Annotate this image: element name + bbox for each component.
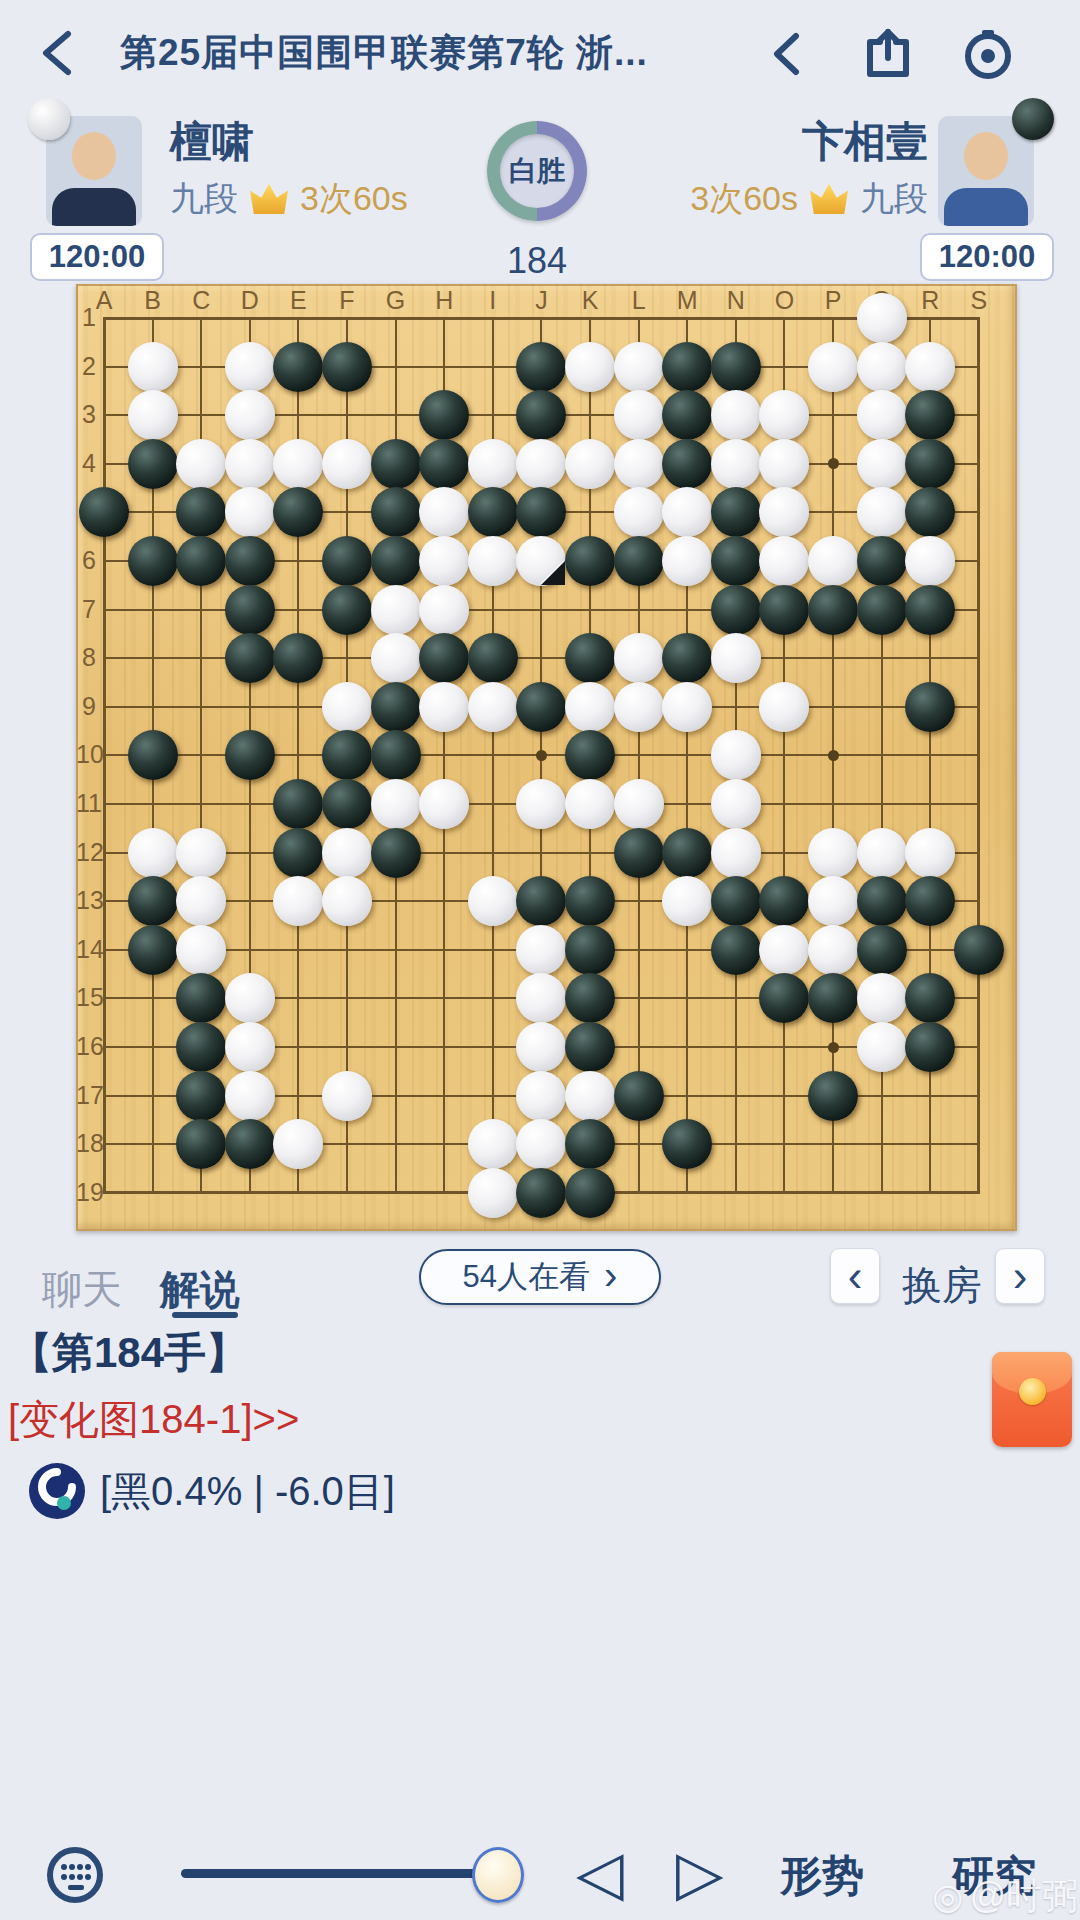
- variation-link[interactable]: [变化图184-1]>>: [8, 1392, 299, 1447]
- stone-black-F11: [322, 779, 372, 829]
- stone-white-P13: [808, 876, 858, 926]
- stone-white-K2: [565, 342, 615, 392]
- stone-black-E2: [273, 342, 323, 392]
- stone-black-O7: [759, 585, 809, 635]
- stone-black-G5: [371, 487, 421, 537]
- stone-black-P17: [808, 1071, 858, 1121]
- stone-white-B3: [128, 390, 178, 440]
- stone-black-G9: [371, 682, 421, 732]
- stone-black-M12: [662, 828, 712, 878]
- stone-black-K19: [565, 1168, 615, 1218]
- coord-label-col: H: [428, 286, 460, 315]
- stone-white-I13: [468, 876, 518, 926]
- stone-white-O14: [759, 925, 809, 975]
- stone-white-L9: [614, 682, 664, 732]
- result-label: 白胜: [500, 134, 574, 208]
- move-slider-knob[interactable]: [472, 1847, 524, 1903]
- stone-white-B12: [128, 828, 178, 878]
- stone-white-R12: [905, 828, 955, 878]
- stone-white-F17: [322, 1071, 372, 1121]
- stone-black-D10: [225, 730, 275, 780]
- stone-black-E12: [273, 828, 323, 878]
- stone-black-B10: [128, 730, 178, 780]
- clock-left: 120:00: [30, 233, 164, 281]
- stone-white-P12: [808, 828, 858, 878]
- watermark: ◎ @时弼: [932, 1872, 1078, 1920]
- stone-black-I5: [468, 487, 518, 537]
- stone-black-J2: [516, 342, 566, 392]
- stone-black-I8: [468, 633, 518, 683]
- stone-white-P6: [808, 536, 858, 586]
- stone-white-J14: [516, 925, 566, 975]
- stone-black-G6: [371, 536, 421, 586]
- stone-black-C17: [176, 1071, 226, 1121]
- stone-white-F13: [322, 876, 372, 926]
- coord-label-row: 12: [76, 838, 102, 867]
- stone-black-N5: [711, 487, 761, 537]
- app-screen: 第25届中国围甲联赛第7轮 浙... 檀啸 九段 3次60s 120:00 卞相…: [0, 0, 1080, 1920]
- crown-icon: [250, 184, 288, 214]
- avatar-face: [964, 132, 1008, 180]
- stone-white-Q1: [857, 293, 907, 343]
- black-stone-badge: [1012, 98, 1054, 140]
- avatar-suit: [52, 188, 136, 226]
- ai-eval-text: [黑0.4% | -6.0目]: [100, 1464, 395, 1519]
- keyboard-icon[interactable]: [46, 1846, 104, 1904]
- stone-white-Q2: [857, 342, 907, 392]
- stone-white-I9: [468, 682, 518, 732]
- clock-right: 120:00: [920, 233, 1054, 281]
- stone-white-D16: [225, 1022, 275, 1072]
- coord-label-row: 10: [76, 740, 102, 769]
- stone-white-K17: [565, 1071, 615, 1121]
- stone-black-N7: [711, 585, 761, 635]
- stone-white-F12: [322, 828, 372, 878]
- stone-black-Q7: [857, 585, 907, 635]
- stone-white-G11: [371, 779, 421, 829]
- coord-label-col: L: [623, 286, 655, 315]
- stone-black-D18: [225, 1119, 275, 1169]
- stone-white-L3: [614, 390, 664, 440]
- stone-black-N14: [711, 925, 761, 975]
- stone-white-N3: [711, 390, 761, 440]
- stone-white-L5: [614, 487, 664, 537]
- coord-label-col: P: [817, 286, 849, 315]
- stone-black-N13: [711, 876, 761, 926]
- stone-black-M2: [662, 342, 712, 392]
- byoyomi-label: 3次60s: [690, 176, 798, 222]
- coord-label-col: S: [963, 286, 995, 315]
- coord-label-row: 19: [76, 1178, 102, 1207]
- stone-black-N6: [711, 536, 761, 586]
- crown-icon: [810, 184, 848, 214]
- stone-white-Q16: [857, 1022, 907, 1072]
- stone-white-K11: [565, 779, 615, 829]
- stone-black-Q14: [857, 925, 907, 975]
- ai-eval-row: [黑0.4% | -6.0目]: [28, 1462, 395, 1520]
- star-point: [536, 750, 547, 761]
- stone-black-G10: [371, 730, 421, 780]
- stone-white-D2: [225, 342, 275, 392]
- coord-label-row: 17: [76, 1081, 102, 1110]
- commentary-move-label: 【第184手】: [10, 1325, 248, 1381]
- coord-label-row: 7: [76, 595, 102, 624]
- back-button[interactable]: [38, 30, 78, 76]
- coord-label-row: 14: [76, 935, 102, 964]
- coord-label-row: 2: [76, 352, 102, 381]
- stone-black-B6: [128, 536, 178, 586]
- stone-white-C12: [176, 828, 226, 878]
- stone-black-G12: [371, 828, 421, 878]
- stone-black-K14: [565, 925, 615, 975]
- stone-white-Q4: [857, 439, 907, 489]
- stone-black-J9: [516, 682, 566, 732]
- player-name-right: 卞相壹: [802, 114, 928, 170]
- stone-black-F2: [322, 342, 372, 392]
- stone-white-N10: [711, 730, 761, 780]
- stone-black-B14: [128, 925, 178, 975]
- star-point: [828, 750, 839, 761]
- viewers-label: 54人在看: [463, 1256, 590, 1298]
- move-slider-track[interactable]: [181, 1869, 517, 1878]
- stone-black-Q6: [857, 536, 907, 586]
- chevron-right-icon: ›: [604, 1255, 617, 1295]
- coord-label-row: 11: [76, 789, 102, 818]
- stone-black-K16: [565, 1022, 615, 1072]
- stone-white-K9: [565, 682, 615, 732]
- star-point: [828, 458, 839, 469]
- byoyomi-label: 3次60s: [300, 176, 408, 222]
- coord-label-row: 16: [76, 1032, 102, 1061]
- stone-white-L8: [614, 633, 664, 683]
- go-board[interactable]: A1B2C3D4E5F6G7H8I9J10K11L12M13N14O15P16Q…: [76, 284, 1017, 1231]
- stone-white-C4: [176, 439, 226, 489]
- next-move-button[interactable]: ▷: [676, 1842, 724, 1904]
- stone-black-B13: [128, 876, 178, 926]
- coord-label-col: D: [234, 286, 266, 315]
- room-label: 换房: [902, 1258, 982, 1313]
- stone-white-N4: [711, 439, 761, 489]
- coord-label-row: 13: [76, 886, 102, 915]
- stone-black-K6: [565, 536, 615, 586]
- rank-label: 九段: [860, 176, 928, 222]
- coord-label-col: G: [380, 286, 412, 315]
- coord-label-col: R: [914, 286, 946, 315]
- stone-black-H4: [419, 439, 469, 489]
- stone-black-D8: [225, 633, 275, 683]
- stone-white-M6: [662, 536, 712, 586]
- coord-label-row: 8: [76, 643, 102, 672]
- room-next-button[interactable]: ›: [995, 1248, 1045, 1304]
- stone-white-I18: [468, 1119, 518, 1169]
- stone-black-R16: [905, 1022, 955, 1072]
- stone-white-N8: [711, 633, 761, 683]
- coord-label-row: 15: [76, 983, 102, 1012]
- stone-white-G7: [371, 585, 421, 635]
- stone-white-E4: [273, 439, 323, 489]
- stone-white-K4: [565, 439, 615, 489]
- stone-black-B4: [128, 439, 178, 489]
- ai-logo-icon: [28, 1462, 86, 1520]
- stone-black-K8: [565, 633, 615, 683]
- stone-white-H11: [419, 779, 469, 829]
- stone-black-C6: [176, 536, 226, 586]
- stone-black-J19: [516, 1168, 566, 1218]
- stone-white-D5: [225, 487, 275, 537]
- stone-white-O9: [759, 682, 809, 732]
- stone-white-I4: [468, 439, 518, 489]
- stone-black-D6: [225, 536, 275, 586]
- player-rank-left: 九段 3次60s: [170, 176, 408, 222]
- stone-white-F9: [322, 682, 372, 732]
- stone-black-S14: [954, 925, 1004, 975]
- stone-white-M9: [662, 682, 712, 732]
- coord-label-col: M: [671, 286, 703, 315]
- stone-black-F6: [322, 536, 372, 586]
- coord-label-row: 18: [76, 1129, 102, 1158]
- chevron-left-icon[interactable]: [770, 32, 804, 76]
- coord-label-row: 3: [76, 400, 102, 429]
- stone-white-H6: [419, 536, 469, 586]
- coord-label-col: N: [720, 286, 752, 315]
- stone-white-H9: [419, 682, 469, 732]
- stone-black-L6: [614, 536, 664, 586]
- watermark-icon: ◎: [932, 1876, 963, 1918]
- stone-white-D17: [225, 1071, 275, 1121]
- record-icon[interactable]: [962, 28, 1014, 80]
- watermark-text: @时弼: [969, 1872, 1078, 1920]
- room-prev-button[interactable]: ‹: [830, 1248, 880, 1304]
- coord-label-row: 4: [76, 449, 102, 478]
- stone-white-Q12: [857, 828, 907, 878]
- rank-label: 九段: [170, 176, 238, 222]
- coord-label-col: O: [768, 286, 800, 315]
- coord-label-col: B: [137, 286, 169, 315]
- tab-chat[interactable]: 聊天: [42, 1262, 122, 1317]
- stone-black-Q13: [857, 876, 907, 926]
- stone-black-L12: [614, 828, 664, 878]
- coord-label-col: I: [477, 286, 509, 315]
- stone-white-P2: [808, 342, 858, 392]
- coord-label-row: 1: [76, 303, 102, 332]
- coord-label-col: F: [331, 286, 363, 315]
- coord-label-col: C: [185, 286, 217, 315]
- stone-white-L4: [614, 439, 664, 489]
- stone-black-M4: [662, 439, 712, 489]
- prev-move-button[interactable]: ◁: [576, 1842, 624, 1904]
- stone-white-O4: [759, 439, 809, 489]
- share-icon[interactable]: [862, 28, 914, 80]
- avatar-face: [72, 132, 116, 180]
- stone-white-G8: [371, 633, 421, 683]
- active-tab-underline: [172, 1312, 238, 1318]
- stone-white-L2: [614, 342, 664, 392]
- gold-coin-icon: [1019, 1378, 1046, 1405]
- stone-white-P14: [808, 925, 858, 975]
- stone-white-I19: [468, 1168, 518, 1218]
- stone-black-D7: [225, 585, 275, 635]
- stone-black-G4: [371, 439, 421, 489]
- stone-black-P7: [808, 585, 858, 635]
- stone-black-N2: [711, 342, 761, 392]
- winrate-ring: 白胜: [487, 121, 587, 221]
- grid-line: [977, 317, 980, 1195]
- stone-white-F4: [322, 439, 372, 489]
- stone-white-H7: [419, 585, 469, 635]
- stone-white-Q5: [857, 487, 907, 537]
- stone-white-D15: [225, 973, 275, 1023]
- stone-white-R6: [905, 536, 955, 586]
- red-envelope-button[interactable]: [992, 1352, 1072, 1447]
- player-rank-right: 3次60s 九段: [690, 176, 928, 222]
- stone-black-F7: [322, 585, 372, 635]
- stone-white-L11: [614, 779, 664, 829]
- stone-black-R9: [905, 682, 955, 732]
- last-move-marker: [541, 561, 565, 585]
- stone-black-K13: [565, 876, 615, 926]
- stone-black-C16: [176, 1022, 226, 1072]
- stone-white-Q15: [857, 973, 907, 1023]
- coord-label-col: E: [282, 286, 314, 315]
- stone-black-R4: [905, 439, 955, 489]
- stone-black-L17: [614, 1071, 664, 1121]
- stone-white-N11: [711, 779, 761, 829]
- white-stone-badge: [28, 98, 70, 140]
- stone-white-Q3: [857, 390, 907, 440]
- situation-button[interactable]: 形势: [780, 1848, 864, 1904]
- stone-white-B2: [128, 342, 178, 392]
- stone-black-K18: [565, 1119, 615, 1169]
- coord-label-row: 6: [76, 546, 102, 575]
- avatar-suit: [944, 188, 1028, 226]
- stone-white-R2: [905, 342, 955, 392]
- tab-commentary[interactable]: 解说: [160, 1262, 240, 1317]
- player-name-left: 檀啸: [170, 114, 254, 170]
- stone-white-C14: [176, 925, 226, 975]
- star-point: [828, 1042, 839, 1053]
- coord-label-col: J: [525, 286, 557, 315]
- stone-white-D3: [225, 390, 275, 440]
- coord-label-col: K: [574, 286, 606, 315]
- stone-black-R7: [905, 585, 955, 635]
- stone-white-D4: [225, 439, 275, 489]
- coord-label-row: 9: [76, 692, 102, 721]
- stone-white-I6: [468, 536, 518, 586]
- page-title: 第25届中国围甲联赛第7轮 浙...: [120, 28, 648, 78]
- move-number: 184: [487, 240, 587, 282]
- viewers-button[interactable]: 54人在看 ›: [419, 1249, 661, 1305]
- stone-white-J4: [516, 439, 566, 489]
- stone-white-J17: [516, 1071, 566, 1121]
- stone-white-N12: [711, 828, 761, 878]
